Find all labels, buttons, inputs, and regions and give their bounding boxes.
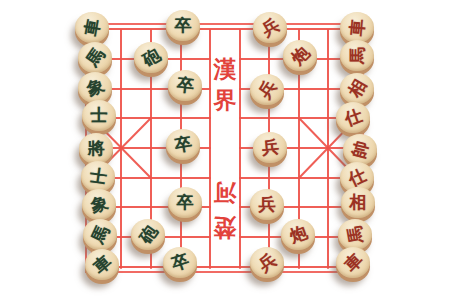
piece-face: 士 — [81, 161, 115, 192]
piece-character: 炮 — [287, 224, 309, 246]
piece-character: 卒 — [176, 76, 195, 95]
river-label-chu: 楚 — [208, 217, 242, 240]
piece-character: 馬 — [349, 47, 366, 64]
piece-character: 卒 — [177, 194, 194, 211]
piece-character: 帥 — [350, 139, 371, 160]
piece-black-soldier-c4r1[interactable]: 卒 — [166, 10, 200, 46]
piece-red-soldier-c7r9[interactable]: 兵 — [250, 247, 284, 283]
piece-character: 車 — [348, 18, 366, 36]
piece-face: 馬 — [338, 219, 372, 250]
piece-face: 炮 — [283, 40, 317, 71]
piece-black-cannon-c3r8[interactable]: 砲 — [131, 219, 165, 255]
piece-character: 馬 — [89, 223, 112, 246]
piece-character: 車 — [90, 253, 114, 277]
piece-red-cannon-c8r2[interactable]: 炮 — [283, 40, 317, 76]
piece-black-soldier-c4r7[interactable]: 卒 — [168, 187, 202, 223]
piece-black-cannon-c3r2[interactable]: 砲 — [134, 42, 168, 78]
piece-face: 卒 — [168, 187, 202, 218]
piece-face: 將 — [79, 133, 113, 164]
river-label-he: 河 — [208, 182, 242, 205]
piece-character: 相 — [345, 77, 368, 100]
piece-character: 炮 — [288, 43, 312, 67]
piece-black-advisor-c1r4[interactable]: 士 — [82, 100, 116, 136]
piece-face: 兵 — [253, 12, 287, 43]
piece-character: 馬 — [345, 225, 365, 245]
piece-character: 仕 — [346, 166, 369, 189]
piece-face: 車 — [340, 12, 374, 43]
piece-face: 兵 — [250, 74, 284, 105]
piece-face: 車 — [336, 247, 370, 278]
piece-character: 兵 — [259, 196, 276, 213]
piece-character: 兵 — [255, 251, 279, 275]
piece-black-soldier-c4r9[interactable]: 卒 — [163, 247, 197, 283]
piece-face: 卒 — [166, 129, 200, 160]
piece-face: 砲 — [131, 219, 165, 250]
piece-character: 兵 — [255, 78, 279, 102]
piece-red-soldier-c7r5[interactable]: 兵 — [253, 132, 287, 168]
river-label-han: 漢 — [208, 57, 242, 80]
piece-character: 車 — [341, 250, 365, 274]
piece-character: 象 — [84, 77, 106, 99]
piece-face: 卒 — [163, 247, 197, 278]
photo-canvas: 漢 界 河 楚 車馬象士將士象馬車砲砲卒卒卒卒卒兵兵兵兵兵炮炮車馬相仕帥仕相馬車 — [0, 0, 453, 300]
piece-face: 兵 — [250, 247, 284, 278]
grid-line-horizontal — [91, 28, 358, 30]
piece-red-soldier-c7r1[interactable]: 兵 — [253, 12, 287, 48]
piece-face: 馬 — [83, 219, 117, 250]
piece-character: 士 — [88, 167, 107, 186]
piece-face: 象 — [82, 189, 116, 220]
piece-face: 兵 — [253, 132, 287, 163]
piece-face: 相 — [341, 187, 375, 218]
piece-red-cannon-c8r8[interactable]: 炮 — [281, 219, 315, 255]
piece-face: 士 — [82, 100, 116, 131]
piece-black-chariot-c1r9[interactable]: 車 — [85, 249, 119, 285]
grid-line-horizontal — [91, 266, 358, 268]
piece-character: 士 — [91, 107, 108, 124]
piece-face: 馬 — [78, 42, 112, 73]
piece-face: 仕 — [336, 102, 370, 133]
piece-face: 兵 — [250, 189, 284, 220]
river-label-jie: 界 — [208, 88, 242, 111]
piece-red-chariot-c10r9[interactable]: 車 — [336, 247, 370, 283]
piece-character: 將 — [88, 140, 105, 157]
piece-red-soldier-c7r3[interactable]: 兵 — [250, 74, 284, 110]
piece-face: 車 — [75, 12, 109, 43]
piece-black-soldier-c4r3[interactable]: 卒 — [168, 70, 202, 106]
border-line — [85, 271, 364, 273]
piece-character: 卒 — [169, 252, 190, 273]
piece-character: 砲 — [139, 46, 162, 69]
piece-character: 馬 — [83, 46, 107, 70]
border-line — [85, 23, 364, 25]
piece-face: 馬 — [340, 40, 374, 71]
piece-red-horse-c10r2[interactable]: 馬 — [340, 40, 374, 76]
piece-face: 相 — [340, 73, 374, 104]
xiangqi-board: 漢 界 河 楚 車馬象士將士象馬車砲砲卒卒卒卒卒兵兵兵兵兵炮炮車馬相仕帥仕相馬車 — [0, 0, 453, 300]
piece-character: 車 — [82, 18, 102, 38]
piece-face: 砲 — [134, 42, 168, 73]
piece-character: 卒 — [173, 135, 193, 155]
piece-black-soldier-c4r5[interactable]: 卒 — [166, 129, 200, 165]
piece-character: 卒 — [175, 17, 192, 34]
piece-character: 象 — [89, 194, 110, 215]
piece-face: 帥 — [343, 134, 377, 165]
piece-character: 仕 — [342, 107, 364, 129]
piece-character: 兵 — [261, 138, 279, 156]
piece-face: 炮 — [281, 219, 315, 250]
piece-character: 砲 — [136, 223, 160, 247]
piece-face: 象 — [78, 72, 112, 103]
piece-red-elephant-c10r7[interactable]: 相 — [341, 187, 375, 223]
piece-red-soldier-c7r7[interactable]: 兵 — [250, 189, 284, 225]
piece-character: 相 — [350, 194, 367, 211]
piece-face: 車 — [85, 249, 119, 280]
piece-red-advisor-c10r4[interactable]: 仕 — [336, 102, 370, 138]
piece-character: 兵 — [258, 16, 281, 39]
piece-face: 卒 — [166, 10, 200, 41]
piece-face: 卒 — [168, 70, 202, 101]
